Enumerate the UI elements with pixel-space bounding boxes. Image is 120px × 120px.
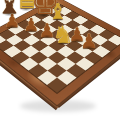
piece-shadow [5,24,19,29]
piece-shadow [82,45,96,50]
piece-shadow [70,38,84,43]
piece-shadow [37,13,51,18]
piece-shadow [51,17,65,22]
piece-shadow [19,7,33,12]
pieces-layer: ♝♛♚♝♟♟♟♞♟♟ [0,0,120,120]
chess-set-photo: ♝♛♚♝♟♟♟♞♟♟ [0,0,120,120]
piece-shadow [2,12,16,17]
piece-shadow [40,34,54,39]
piece-shadow [56,41,70,46]
piece-shadow [24,28,38,33]
